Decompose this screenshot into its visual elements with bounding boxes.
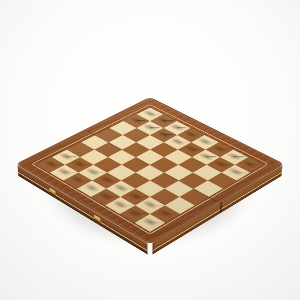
- black-pawn-glyph: ♟: [221, 143, 251, 176]
- brass-clasp-icon: [94, 215, 101, 223]
- brass-clasp-icon: [49, 187, 55, 194]
- chess-set-photo: ♜♞♝♛♚♝♞♜♟♟♟♟♟♟♟♟♟♟♟♟♟♟♟♟♜♞♝♛♚♝♞♜: [0, 0, 300, 300]
- white-rook-glyph: ♜: [132, 186, 169, 227]
- fold-seam-edge: [220, 202, 222, 214]
- folding-chess-board: ♜♞♝♛♚♝♞♜♟♟♟♟♟♟♟♟♟♟♟♟♟♟♟♟♜♞♝♛♚♝♞♜: [16, 97, 285, 245]
